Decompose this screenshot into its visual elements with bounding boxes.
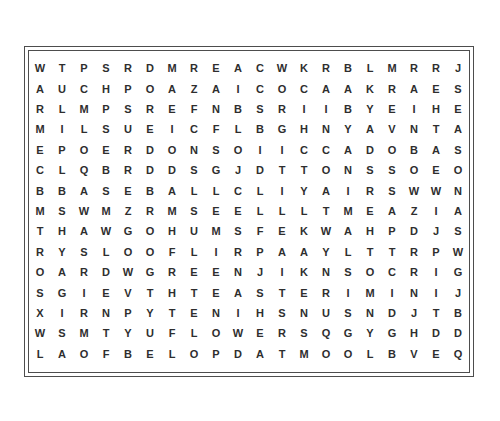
grid-cell[interactable]: Y [117, 324, 139, 344]
grid-cell[interactable]: Q [73, 161, 95, 181]
grid-cell[interactable]: D [227, 344, 249, 364]
grid-cell[interactable]: L [51, 99, 73, 119]
grid-cell[interactable]: A [337, 140, 359, 160]
grid-cell[interactable]: L [73, 120, 95, 140]
grid-cell[interactable]: A [227, 283, 249, 303]
grid-cell[interactable]: O [315, 161, 337, 181]
grid-cell[interactable]: E [381, 99, 403, 119]
grid-cell[interactable]: E [205, 262, 227, 282]
grid-cell[interactable]: C [315, 140, 337, 160]
grid-cell[interactable]: D [447, 324, 469, 344]
grid-cell[interactable]: H [359, 222, 381, 242]
grid-cell[interactable]: A [205, 79, 227, 99]
grid-cell[interactable]: S [51, 324, 73, 344]
grid-cell[interactable]: E [95, 140, 117, 160]
grid-cell[interactable]: A [161, 79, 183, 99]
grid-cell[interactable]: L [161, 344, 183, 364]
grid-cell[interactable]: O [117, 242, 139, 262]
grid-cell[interactable]: R [403, 242, 425, 262]
grid-cell[interactable]: M [95, 201, 117, 221]
grid-cell[interactable]: A [447, 120, 469, 140]
grid-cell[interactable]: O [205, 324, 227, 344]
grid-cell[interactable]: I [227, 303, 249, 323]
grid-cell[interactable]: R [381, 79, 403, 99]
grid-cell[interactable]: L [337, 242, 359, 262]
grid-cell[interactable]: D [139, 140, 161, 160]
grid-cell[interactable]: I [381, 283, 403, 303]
grid-cell[interactable]: A [425, 140, 447, 160]
grid-cell[interactable]: S [227, 222, 249, 242]
grid-cell[interactable]: E [117, 181, 139, 201]
grid-cell[interactable]: P [381, 222, 403, 242]
grid-cell[interactable]: N [293, 303, 315, 323]
grid-cell[interactable]: K [293, 222, 315, 242]
grid-cell[interactable]: R [403, 262, 425, 282]
grid-cell[interactable]: I [337, 181, 359, 201]
grid-cell[interactable]: N [403, 283, 425, 303]
grid-cell[interactable]: Z [403, 201, 425, 221]
grid-cell[interactable]: S [337, 303, 359, 323]
grid-cell[interactable]: C [381, 262, 403, 282]
grid-cell[interactable]: A [51, 262, 73, 282]
grid-cell[interactable]: R [73, 303, 95, 323]
grid-cell[interactable]: R [29, 99, 51, 119]
grid-cell[interactable]: F [161, 324, 183, 344]
grid-cell[interactable]: O [337, 344, 359, 364]
grid-cell[interactable]: A [381, 201, 403, 221]
grid-cell[interactable]: I [51, 303, 73, 323]
grid-cell[interactable]: B [337, 59, 359, 79]
grid-cell[interactable]: H [161, 283, 183, 303]
grid-cell[interactable]: J [403, 303, 425, 323]
grid-cell[interactable]: C [249, 79, 271, 99]
grid-cell[interactable]: S [95, 59, 117, 79]
grid-cell[interactable]: A [337, 222, 359, 242]
grid-cell[interactable]: A [51, 344, 73, 364]
grid-cell[interactable]: W [95, 222, 117, 242]
grid-cell[interactable]: O [161, 140, 183, 160]
grid-cell[interactable]: B [95, 161, 117, 181]
grid-cell[interactable]: W [73, 201, 95, 221]
grid-cell[interactable]: S [205, 140, 227, 160]
grid-cell[interactable]: W [271, 59, 293, 79]
grid-cell[interactable]: M [161, 59, 183, 79]
grid-cell[interactable]: T [51, 59, 73, 79]
grid-cell[interactable]: I [205, 242, 227, 262]
grid-cell[interactable]: T [29, 222, 51, 242]
grid-cell[interactable]: I [337, 283, 359, 303]
grid-cell[interactable]: R [271, 99, 293, 119]
grid-cell[interactable]: Z [117, 201, 139, 221]
grid-cell[interactable]: H [161, 222, 183, 242]
grid-cell[interactable]: I [249, 140, 271, 160]
grid-cell[interactable]: R [73, 262, 95, 282]
grid-cell[interactable]: I [293, 99, 315, 119]
grid-cell[interactable]: L [271, 201, 293, 221]
grid-cell[interactable]: M [29, 120, 51, 140]
grid-cell[interactable]: A [359, 120, 381, 140]
grid-cell[interactable]: W [29, 59, 51, 79]
grid-cell[interactable]: Q [315, 324, 337, 344]
grid-cell[interactable]: N [95, 303, 117, 323]
grid-cell[interactable]: L [183, 242, 205, 262]
grid-cell[interactable]: O [315, 344, 337, 364]
grid-cell[interactable]: R [117, 140, 139, 160]
grid-cell[interactable]: M [73, 324, 95, 344]
grid-cell[interactable]: T [359, 242, 381, 262]
grid-cell[interactable]: H [51, 222, 73, 242]
grid-cell[interactable]: A [227, 59, 249, 79]
grid-cell[interactable]: Y [359, 324, 381, 344]
grid-cell[interactable]: E [139, 120, 161, 140]
grid-cell[interactable]: P [205, 344, 227, 364]
grid-cell[interactable]: A [161, 181, 183, 201]
grid-cell[interactable]: N [183, 140, 205, 160]
grid-cell[interactable]: W [315, 222, 337, 242]
grid-cell[interactable]: L [249, 201, 271, 221]
grid-cell[interactable]: D [139, 161, 161, 181]
grid-cell[interactable]: E [249, 324, 271, 344]
grid-cell[interactable]: H [293, 120, 315, 140]
grid-cell[interactable]: E [425, 161, 447, 181]
grid-cell[interactable]: Y [139, 303, 161, 323]
grid-cell[interactable]: E [205, 59, 227, 79]
grid-cell[interactable]: S [381, 181, 403, 201]
grid-cell[interactable]: E [205, 283, 227, 303]
grid-cell[interactable]: L [95, 242, 117, 262]
grid-cell[interactable]: I [425, 283, 447, 303]
grid-cell[interactable]: C [227, 181, 249, 201]
grid-cell[interactable]: K [293, 262, 315, 282]
grid-cell[interactable]: A [403, 79, 425, 99]
grid-cell[interactable]: E [183, 262, 205, 282]
grid-cell[interactable]: B [51, 181, 73, 201]
grid-cell[interactable]: N [205, 303, 227, 323]
grid-cell[interactable]: S [293, 324, 315, 344]
grid-cell[interactable]: D [95, 262, 117, 282]
grid-cell[interactable]: S [381, 161, 403, 181]
grid-cell[interactable]: C [249, 59, 271, 79]
grid-cell[interactable]: M [205, 222, 227, 242]
grid-cell[interactable]: S [29, 283, 51, 303]
grid-cell[interactable]: S [51, 201, 73, 221]
grid-cell[interactable]: D [249, 161, 271, 181]
grid-cell[interactable]: S [359, 161, 381, 181]
grid-cell[interactable]: O [183, 344, 205, 364]
grid-cell[interactable]: N [315, 262, 337, 282]
grid-cell[interactable]: R [359, 181, 381, 201]
grid-cell[interactable]: R [29, 242, 51, 262]
grid-cell[interactable]: P [73, 59, 95, 79]
grid-cell[interactable]: O [73, 140, 95, 160]
grid-cell[interactable]: Q [447, 344, 469, 364]
grid-cell[interactable]: M [359, 283, 381, 303]
grid-cell[interactable]: R [117, 161, 139, 181]
grid-cell[interactable]: H [249, 303, 271, 323]
grid-cell[interactable]: B [447, 303, 469, 323]
grid-cell[interactable]: V [403, 344, 425, 364]
grid-cell[interactable]: T [271, 161, 293, 181]
grid-cell[interactable]: S [95, 181, 117, 201]
grid-cell[interactable]: H [95, 79, 117, 99]
grid-cell[interactable]: S [447, 140, 469, 160]
grid-cell[interactable]: G [117, 222, 139, 242]
grid-cell[interactable]: I [403, 99, 425, 119]
grid-cell[interactable]: F [95, 344, 117, 364]
grid-cell[interactable]: M [29, 201, 51, 221]
grid-cell[interactable]: E [425, 79, 447, 99]
grid-cell[interactable]: P [95, 99, 117, 119]
grid-cell[interactable]: L [293, 201, 315, 221]
grid-cell[interactable]: I [271, 262, 293, 282]
grid-cell[interactable]: B [381, 344, 403, 364]
grid-cell[interactable]: R [227, 242, 249, 262]
grid-cell[interactable]: S [249, 283, 271, 303]
grid-cell[interactable]: E [161, 99, 183, 119]
grid-cell[interactable]: J [447, 59, 469, 79]
grid-cell[interactable]: M [293, 344, 315, 364]
grid-cell[interactable]: U [315, 303, 337, 323]
grid-cell[interactable]: K [293, 59, 315, 79]
grid-cell[interactable]: T [271, 344, 293, 364]
grid-cell[interactable]: C [29, 161, 51, 181]
grid-cell[interactable]: D [381, 303, 403, 323]
grid-cell[interactable]: J [227, 161, 249, 181]
grid-cell[interactable]: L [359, 59, 381, 79]
grid-cell[interactable]: G [51, 283, 73, 303]
grid-cell[interactable]: O [359, 262, 381, 282]
grid-cell[interactable]: T [271, 283, 293, 303]
grid-cell[interactable]: R [183, 59, 205, 79]
grid-cell[interactable]: S [249, 99, 271, 119]
grid-cell[interactable]: M [73, 99, 95, 119]
grid-cell[interactable]: S [73, 242, 95, 262]
grid-cell[interactable]: S [117, 99, 139, 119]
grid-cell[interactable]: R [271, 324, 293, 344]
grid-cell[interactable]: S [447, 79, 469, 99]
grid-cell[interactable]: A [73, 222, 95, 242]
grid-cell[interactable]: A [293, 242, 315, 262]
grid-cell[interactable]: I [161, 120, 183, 140]
grid-cell[interactable]: I [227, 79, 249, 99]
grid-cell[interactable]: I [271, 181, 293, 201]
grid-cell[interactable]: P [249, 242, 271, 262]
grid-cell[interactable]: E [29, 140, 51, 160]
grid-cell[interactable]: R [117, 59, 139, 79]
grid-cell[interactable]: L [183, 324, 205, 344]
grid-cell[interactable]: N [359, 303, 381, 323]
grid-cell[interactable]: F [249, 222, 271, 242]
grid-cell[interactable]: U [117, 120, 139, 140]
grid-cell[interactable]: E [227, 201, 249, 221]
grid-cell[interactable]: C [293, 79, 315, 99]
grid-cell[interactable]: W [29, 324, 51, 344]
grid-cell[interactable]: L [183, 181, 205, 201]
grid-cell[interactable]: U [139, 324, 161, 344]
grid-cell[interactable]: R [139, 99, 161, 119]
grid-cell[interactable]: B [227, 99, 249, 119]
grid-cell[interactable]: N [447, 181, 469, 201]
grid-cell[interactable]: U [183, 222, 205, 242]
grid-cell[interactable]: I [425, 201, 447, 221]
grid-cell[interactable]: J [447, 283, 469, 303]
grid-cell[interactable]: G [271, 120, 293, 140]
grid-cell[interactable]: L [205, 181, 227, 201]
grid-cell[interactable]: O [447, 161, 469, 181]
grid-cell[interactable]: I [51, 120, 73, 140]
grid-cell[interactable]: R [139, 201, 161, 221]
grid-cell[interactable]: N [227, 262, 249, 282]
grid-cell[interactable]: O [271, 79, 293, 99]
grid-cell[interactable]: E [425, 344, 447, 364]
grid-cell[interactable]: I [73, 283, 95, 303]
grid-cell[interactable]: T [139, 283, 161, 303]
grid-cell[interactable]: T [293, 161, 315, 181]
grid-cell[interactable]: F [205, 120, 227, 140]
grid-cell[interactable]: W [425, 181, 447, 201]
grid-cell[interactable]: F [161, 242, 183, 262]
grid-cell[interactable]: V [381, 120, 403, 140]
grid-cell[interactable]: M [337, 201, 359, 221]
grid-cell[interactable]: P [51, 140, 73, 160]
grid-cell[interactable]: H [403, 324, 425, 344]
grid-cell[interactable]: W [227, 324, 249, 344]
grid-cell[interactable]: D [139, 59, 161, 79]
grid-cell[interactable]: W [403, 181, 425, 201]
grid-cell[interactable]: B [249, 120, 271, 140]
grid-cell[interactable]: T [381, 242, 403, 262]
grid-cell[interactable]: P [117, 303, 139, 323]
grid-cell[interactable]: O [381, 140, 403, 160]
grid-cell[interactable]: O [139, 242, 161, 262]
grid-cell[interactable]: W [447, 242, 469, 262]
grid-cell[interactable]: O [139, 222, 161, 242]
grid-cell[interactable]: D [425, 324, 447, 344]
grid-cell[interactable]: Z [183, 79, 205, 99]
grid-cell[interactable]: B [403, 140, 425, 160]
grid-cell[interactable]: L [227, 120, 249, 140]
grid-cell[interactable]: T [425, 303, 447, 323]
grid-cell[interactable]: C [183, 120, 205, 140]
grid-cell[interactable]: S [271, 303, 293, 323]
grid-cell[interactable]: R [315, 59, 337, 79]
grid-cell[interactable]: R [403, 59, 425, 79]
grid-cell[interactable]: N [337, 161, 359, 181]
grid-cell[interactable]: B [337, 99, 359, 119]
grid-cell[interactable]: M [381, 59, 403, 79]
grid-cell[interactable]: W [117, 262, 139, 282]
grid-cell[interactable]: G [139, 262, 161, 282]
grid-cell[interactable]: I [315, 99, 337, 119]
grid-cell[interactable]: R [425, 59, 447, 79]
grid-cell[interactable]: T [183, 283, 205, 303]
grid-cell[interactable]: Y [315, 242, 337, 262]
grid-cell[interactable]: T [161, 303, 183, 323]
grid-cell[interactable]: O [227, 140, 249, 160]
grid-cell[interactable]: Y [51, 242, 73, 262]
grid-cell[interactable]: G [381, 324, 403, 344]
grid-cell[interactable]: J [425, 222, 447, 242]
grid-cell[interactable]: N [403, 120, 425, 140]
grid-cell[interactable]: Y [359, 99, 381, 119]
grid-cell[interactable]: L [249, 181, 271, 201]
grid-cell[interactable]: A [29, 79, 51, 99]
grid-cell[interactable]: T [425, 120, 447, 140]
grid-cell[interactable]: S [183, 201, 205, 221]
grid-cell[interactable]: S [95, 120, 117, 140]
grid-cell[interactable]: I [271, 140, 293, 160]
grid-cell[interactable]: S [183, 161, 205, 181]
grid-cell[interactable]: I [425, 262, 447, 282]
grid-cell[interactable]: M [161, 201, 183, 221]
grid-cell[interactable]: S [447, 222, 469, 242]
grid-cell[interactable]: O [139, 79, 161, 99]
grid-cell[interactable]: A [249, 344, 271, 364]
grid-cell[interactable]: V [117, 283, 139, 303]
grid-cell[interactable]: B [117, 344, 139, 364]
grid-cell[interactable]: A [315, 79, 337, 99]
grid-cell[interactable]: X [29, 303, 51, 323]
grid-cell[interactable]: O [29, 262, 51, 282]
grid-cell[interactable]: S [337, 262, 359, 282]
grid-cell[interactable]: C [293, 140, 315, 160]
grid-cell[interactable]: E [271, 222, 293, 242]
grid-cell[interactable]: L [29, 344, 51, 364]
grid-cell[interactable]: A [447, 201, 469, 221]
grid-cell[interactable]: E [359, 201, 381, 221]
grid-cell[interactable]: A [271, 242, 293, 262]
grid-cell[interactable]: T [95, 324, 117, 344]
grid-cell[interactable]: L [359, 344, 381, 364]
grid-cell[interactable]: G [337, 324, 359, 344]
grid-cell[interactable]: J [249, 262, 271, 282]
grid-cell[interactable]: D [161, 161, 183, 181]
grid-cell[interactable]: E [183, 303, 205, 323]
grid-cell[interactable]: C [73, 79, 95, 99]
grid-cell[interactable]: L [51, 161, 73, 181]
grid-cell[interactable]: D [403, 222, 425, 242]
grid-cell[interactable]: D [359, 140, 381, 160]
grid-cell[interactable]: G [205, 161, 227, 181]
grid-cell[interactable]: E [293, 283, 315, 303]
grid-cell[interactable]: R [161, 262, 183, 282]
grid-cell[interactable]: Y [337, 120, 359, 140]
grid-cell[interactable]: P [425, 242, 447, 262]
grid-cell[interactable]: G [447, 262, 469, 282]
grid-cell[interactable]: H [425, 99, 447, 119]
grid-cell[interactable]: E [447, 99, 469, 119]
grid-cell[interactable]: E [139, 344, 161, 364]
grid-cell[interactable]: E [95, 283, 117, 303]
grid-cell[interactable]: O [73, 344, 95, 364]
grid-cell[interactable]: T [315, 201, 337, 221]
grid-cell[interactable]: P [117, 79, 139, 99]
grid-cell[interactable]: R [315, 283, 337, 303]
grid-cell[interactable]: A [73, 181, 95, 201]
grid-cell[interactable]: A [337, 79, 359, 99]
grid-cell[interactable]: N [205, 99, 227, 119]
grid-cell[interactable]: F [183, 99, 205, 119]
grid-cell[interactable]: U [51, 79, 73, 99]
grid-cell[interactable]: K [359, 79, 381, 99]
grid-cell[interactable]: O [403, 161, 425, 181]
grid-cell[interactable]: N [315, 120, 337, 140]
grid-cell[interactable]: B [139, 181, 161, 201]
grid-cell[interactable]: Y [293, 181, 315, 201]
grid-cell[interactable]: A [315, 181, 337, 201]
grid-cell[interactable]: E [205, 201, 227, 221]
grid-cell[interactable]: B [29, 181, 51, 201]
